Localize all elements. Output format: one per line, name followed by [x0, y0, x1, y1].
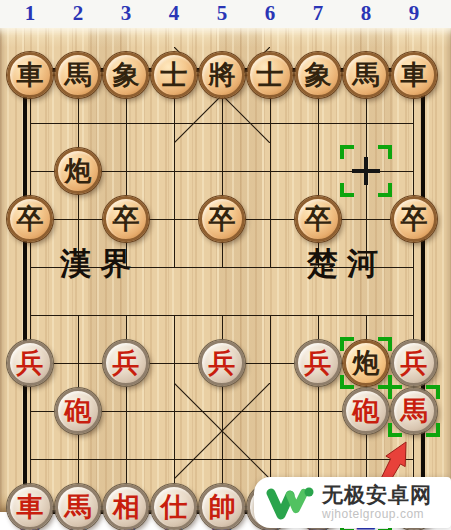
piece-black-elephant[interactable]: 象 — [295, 52, 341, 98]
piece-black-cannon[interactable]: 炮 — [343, 340, 389, 386]
piece-red-soldier[interactable]: 兵 — [7, 340, 53, 386]
board-cell — [126, 411, 174, 459]
piece-red-soldier[interactable]: 兵 — [391, 340, 437, 386]
piece-black-elephant[interactable]: 象 — [103, 52, 149, 98]
piece-red-cannon[interactable]: 砲 — [343, 388, 389, 434]
watermark-title: 无极安卓网 — [322, 484, 432, 506]
watermark-logo-icon — [264, 482, 316, 524]
piece-red-advisor[interactable]: 仕 — [151, 484, 197, 530]
file-number-top: 2 — [63, 1, 93, 26]
file-number-top: 9 — [399, 1, 429, 26]
piece-red-horse[interactable]: 馬 — [55, 484, 101, 530]
board-cell — [126, 123, 174, 171]
watermark-url: wjhotelgroup.com — [322, 507, 432, 521]
piece-black-soldier[interactable]: 卒 — [391, 196, 437, 242]
watermark: 无极安卓网 wjhotelgroup.com — [254, 477, 451, 528]
piece-red-general[interactable]: 帥 — [199, 484, 245, 530]
piece-black-soldier[interactable]: 卒 — [103, 196, 149, 242]
piece-black-advisor[interactable]: 士 — [151, 52, 197, 98]
file-number-top: 1 — [15, 1, 45, 26]
piece-black-chariot[interactable]: 車 — [391, 52, 437, 98]
piece-red-elephant[interactable]: 相 — [103, 484, 149, 530]
piece-black-soldier[interactable]: 卒 — [199, 196, 245, 242]
board-cell — [366, 123, 414, 171]
river-label-right: 楚河 — [307, 243, 387, 285]
piece-black-general[interactable]: 將 — [199, 52, 245, 98]
file-numbers-top: 123456789 — [0, 0, 451, 28]
board-cell — [318, 123, 366, 171]
piece-black-horse[interactable]: 馬 — [343, 52, 389, 98]
file-number-top: 6 — [255, 1, 285, 26]
river-label-left: 漢界 — [60, 243, 140, 285]
file-number-top: 3 — [111, 1, 141, 26]
board-cell — [270, 123, 318, 171]
piece-black-advisor[interactable]: 士 — [247, 52, 293, 98]
piece-black-chariot[interactable]: 車 — [7, 52, 53, 98]
board-cell — [222, 267, 270, 315]
piece-red-soldier[interactable]: 兵 — [295, 340, 341, 386]
file-number-top: 7 — [303, 1, 333, 26]
piece-red-cannon[interactable]: 砲 — [55, 388, 101, 434]
piece-red-soldier[interactable]: 兵 — [103, 340, 149, 386]
piece-black-horse[interactable]: 馬 — [55, 52, 101, 98]
file-number-top: 8 — [351, 1, 381, 26]
piece-red-soldier[interactable]: 兵 — [199, 340, 245, 386]
file-number-top: 4 — [159, 1, 189, 26]
piece-red-chariot[interactable]: 車 — [7, 484, 53, 530]
piece-red-horse[interactable]: 馬 — [391, 388, 437, 434]
board-cell — [270, 411, 318, 459]
piece-black-cannon[interactable]: 炮 — [55, 148, 101, 194]
piece-black-soldier[interactable]: 卒 — [295, 196, 341, 242]
piece-black-soldier[interactable]: 卒 — [7, 196, 53, 242]
board-cell — [174, 267, 222, 315]
xiangqi-board[interactable]: 漢界 楚河 — [0, 28, 451, 512]
palace-diagonals-bottom — [174, 383, 270, 479]
file-number-top: 5 — [207, 1, 237, 26]
xiangqi-app: 123456789 漢界 楚河 九八七六五四三二一 无极安卓网 wjhotelg… — [0, 0, 451, 530]
